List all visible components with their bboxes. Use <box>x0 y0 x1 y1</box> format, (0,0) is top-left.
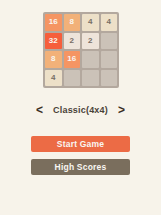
tile-2: 2 <box>82 33 99 50</box>
high-scores-button[interactable]: High Scores <box>31 159 130 175</box>
tile-4: 4 <box>82 14 99 31</box>
empty-cell <box>64 70 81 87</box>
tile-16: 16 <box>45 14 62 31</box>
tile-8: 8 <box>64 14 81 31</box>
chevron-right-icon: > <box>118 102 125 117</box>
empty-cell <box>101 70 118 87</box>
next-mode-button[interactable]: > <box>118 103 125 116</box>
empty-cell <box>82 70 99 87</box>
game-menu-screen: 1684432228164 < Classic(4x4) > Start Gam… <box>0 0 161 215</box>
mode-selector: < Classic(4x4) > <box>0 101 161 118</box>
board-preview: 1684432228164 <box>43 12 119 88</box>
start-game-button[interactable]: Start Game <box>31 136 130 152</box>
chevron-left-icon: < <box>36 102 43 117</box>
tile-4: 4 <box>45 70 62 87</box>
tile-32: 32 <box>45 33 62 50</box>
tile-4: 4 <box>101 14 118 31</box>
mode-label: Classic(4x4) <box>53 105 108 115</box>
empty-cell <box>82 51 99 68</box>
tile-2: 2 <box>64 33 81 50</box>
empty-cell <box>101 51 118 68</box>
prev-mode-button[interactable]: < <box>36 103 43 116</box>
tile-16: 16 <box>64 51 81 68</box>
empty-cell <box>101 33 118 50</box>
tile-8: 8 <box>45 51 62 68</box>
